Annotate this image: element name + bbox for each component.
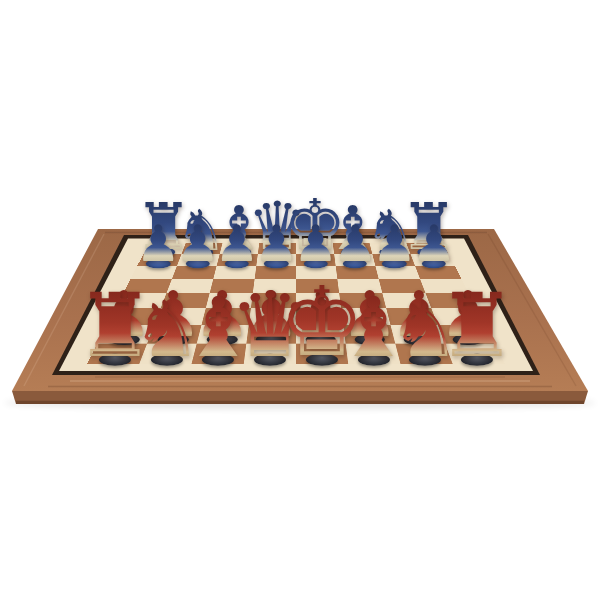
square-h5[interactable] (420, 279, 469, 293)
square-f1[interactable] (346, 344, 401, 364)
square-b7[interactable] (177, 254, 220, 266)
square-e6[interactable] (296, 266, 337, 279)
square-a3[interactable] (107, 308, 161, 325)
square-b3[interactable] (154, 308, 206, 325)
square-e4[interactable] (296, 293, 341, 308)
square-g2[interactable] (391, 325, 445, 343)
square-a2[interactable] (97, 325, 154, 343)
square-e3[interactable] (296, 308, 343, 325)
square-a5[interactable] (123, 279, 172, 293)
square-c8[interactable] (220, 243, 260, 254)
square-d2[interactable] (246, 325, 296, 343)
square-d5[interactable] (253, 279, 296, 293)
square-f3[interactable] (341, 308, 390, 325)
square-f2[interactable] (343, 325, 395, 343)
square-e8[interactable] (296, 243, 334, 254)
square-c2[interactable] (197, 325, 249, 343)
square-h2[interactable] (438, 325, 495, 343)
square-c6[interactable] (213, 266, 256, 279)
square-e5[interactable] (296, 279, 339, 293)
square-d4[interactable] (251, 293, 296, 308)
square-d3[interactable] (249, 308, 296, 325)
square-g8[interactable] (370, 243, 411, 254)
square-f5[interactable] (337, 279, 382, 293)
square-h4[interactable] (425, 293, 476, 308)
square-b1[interactable] (139, 344, 196, 364)
square-h3[interactable] (431, 308, 485, 325)
square-b4[interactable] (161, 293, 210, 308)
square-a1[interactable] (87, 344, 147, 364)
square-f4[interactable] (339, 293, 386, 308)
board-side-bottom-edge (16, 401, 584, 404)
square-a6[interactable] (131, 266, 177, 279)
square-g1[interactable] (395, 344, 452, 364)
square-f7[interactable] (334, 254, 375, 266)
square-h7[interactable] (410, 254, 454, 266)
square-a4[interactable] (116, 293, 167, 308)
square-b6[interactable] (172, 266, 217, 279)
square-b2[interactable] (147, 325, 201, 343)
square-e2[interactable] (296, 325, 346, 343)
square-a8[interactable] (143, 243, 185, 254)
square-h1[interactable] (445, 344, 505, 364)
square-c3[interactable] (201, 308, 250, 325)
square-d1[interactable] (244, 344, 296, 364)
square-b8[interactable] (182, 243, 223, 254)
square-g7[interactable] (372, 254, 415, 266)
square-e1[interactable] (296, 344, 348, 364)
square-d8[interactable] (258, 243, 296, 254)
square-f8[interactable] (333, 243, 373, 254)
product-photo-scene: ♜♞♝♛♚♝♞♜♟♟♟♟♟♟♟♟♟♟♟♟♟♟♟♟♜♞♝♛♚♝♞♜ (0, 0, 600, 600)
square-g4[interactable] (382, 293, 431, 308)
square-c4[interactable] (206, 293, 253, 308)
square-g5[interactable] (379, 279, 426, 293)
square-c1[interactable] (191, 344, 246, 364)
square-g6[interactable] (375, 266, 420, 279)
square-c7[interactable] (217, 254, 258, 266)
chess-board-grid (87, 243, 505, 364)
square-a7[interactable] (137, 254, 181, 266)
square-h8[interactable] (406, 243, 448, 254)
square-g3[interactable] (386, 308, 438, 325)
square-b5[interactable] (167, 279, 214, 293)
square-d6[interactable] (255, 266, 296, 279)
square-c5[interactable] (210, 279, 255, 293)
square-e7[interactable] (296, 254, 336, 266)
square-h6[interactable] (415, 266, 461, 279)
square-d7[interactable] (256, 254, 296, 266)
square-f6[interactable] (336, 266, 379, 279)
